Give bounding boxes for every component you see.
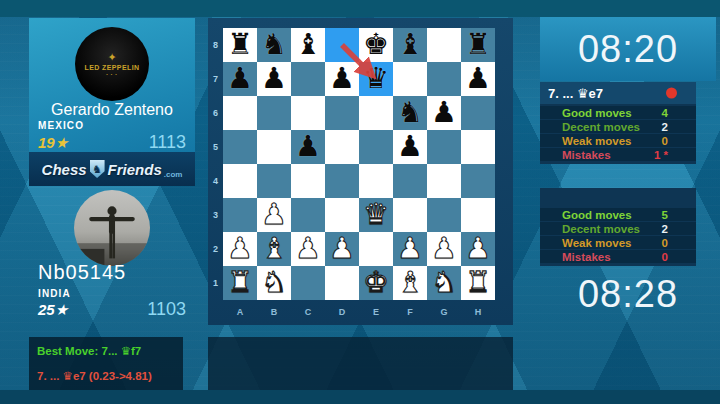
stat-value: 1 *	[654, 149, 668, 161]
current-move-label: 7. ... ♛e7	[548, 86, 603, 101]
square-b1[interactable]: ♞	[257, 266, 291, 300]
square-c5[interactable]: ♟	[291, 130, 325, 164]
rank-label-2: 2	[208, 232, 223, 266]
brand-tld-text: .com	[164, 170, 183, 179]
square-a6[interactable]	[223, 96, 257, 130]
white-pawn-f2[interactable]: ♟	[393, 232, 427, 266]
top-player-card: ✦ LED ZEPPELIN • • • Gerardo Zenteno MEX…	[29, 18, 195, 186]
black-knight-b8[interactable]: ♞	[257, 28, 291, 62]
square-h8[interactable]: ♜	[461, 28, 495, 62]
played-move-eval-text: 7. ... ♛e7 (0.23->4.81)	[37, 369, 152, 383]
square-c8[interactable]: ♝	[291, 28, 325, 62]
white-pawn-a2[interactable]: ♟	[223, 232, 257, 266]
stat-row: Weak moves0	[540, 134, 696, 147]
best-move-panel: Best Move: 7... ♛f7 7. ... ♛e7 (0.23->4.…	[29, 337, 183, 390]
square-c7[interactable]	[291, 62, 325, 96]
file-labels: ABCDEFGH	[223, 304, 495, 320]
bottom-player-stars: 25★	[38, 301, 68, 319]
white-pawn-g2[interactable]: ♟	[427, 232, 461, 266]
square-g3[interactable]	[427, 198, 461, 232]
board-footer-panel	[208, 337, 513, 390]
square-h1[interactable]: ♜	[461, 266, 495, 300]
black-pawn-f5[interactable]: ♟	[393, 130, 427, 164]
square-b8[interactable]: ♞	[257, 28, 291, 62]
square-d7[interactable]: ♟	[325, 62, 359, 96]
black-pawn-b7[interactable]: ♟	[257, 62, 291, 96]
square-d3[interactable]	[325, 198, 359, 232]
stat-row: Decent moves2	[540, 222, 696, 235]
black-bishop-f8[interactable]: ♝	[393, 28, 427, 62]
file-label-G: G	[427, 304, 461, 320]
rank-label-7: 7	[208, 62, 223, 96]
white-bishop-f1[interactable]: ♝	[393, 266, 427, 300]
white-king-e1[interactable]: ♚	[359, 266, 393, 300]
avatar-band-text: LED ZEPPELIN	[85, 64, 140, 71]
rank-label-5: 5	[208, 130, 223, 164]
square-f6[interactable]: ♞	[393, 96, 427, 130]
move-quality-dot-icon	[666, 88, 677, 99]
square-c4[interactable]	[291, 164, 325, 198]
top-player-stats-panel: 7. ... ♛e7 Good moves4Decent moves2Weak …	[540, 82, 696, 164]
white-queen-e3[interactable]: ♛	[359, 198, 393, 232]
brand-friends-text: Friends	[108, 161, 162, 178]
white-pawn-b3[interactable]: ♟	[257, 198, 291, 232]
square-d5[interactable]	[325, 130, 359, 164]
square-b2[interactable]: ♝	[257, 232, 291, 266]
top-clock: 08:20	[540, 17, 716, 81]
square-f7[interactable]	[393, 62, 427, 96]
square-h6[interactable]	[461, 96, 495, 130]
square-a2[interactable]: ♟	[223, 232, 257, 266]
square-f4[interactable]	[393, 164, 427, 198]
rank-label-3: 3	[208, 198, 223, 232]
stat-row: Good moves5	[540, 208, 696, 221]
rank-labels: 87654321	[208, 28, 223, 300]
file-label-A: A	[223, 304, 257, 320]
stat-label: Mistakes	[562, 251, 611, 263]
square-g5[interactable]	[427, 130, 461, 164]
square-g8[interactable]	[427, 28, 461, 62]
square-e3[interactable]: ♛	[359, 198, 393, 232]
square-e6[interactable]	[359, 96, 393, 130]
stat-row: Mistakes0	[540, 250, 696, 263]
stat-row: Good moves4	[540, 106, 696, 119]
top-stats-rows: Good moves4Decent moves2Weak moves0Mista…	[540, 106, 696, 161]
square-f3[interactable]	[393, 198, 427, 232]
bottom-player-avatar	[74, 190, 150, 266]
stat-label: Weak moves	[562, 135, 631, 147]
square-c6[interactable]	[291, 96, 325, 130]
white-pawn-c2[interactable]: ♟	[291, 232, 325, 266]
top-player-country: MEXICO	[38, 120, 84, 131]
white-pawn-h2[interactable]: ♟	[461, 232, 495, 266]
stat-value: 0	[662, 135, 668, 147]
square-c2[interactable]: ♟	[291, 232, 325, 266]
square-d8[interactable]	[325, 28, 359, 62]
bottom-strip	[0, 390, 720, 404]
white-knight-g1[interactable]: ♞	[427, 266, 461, 300]
bottom-player-name: Nb05145	[38, 261, 126, 284]
stat-label: Decent moves	[562, 121, 640, 133]
square-c3[interactable]	[291, 198, 325, 232]
square-d1[interactable]	[325, 266, 359, 300]
square-e7[interactable]: ♛	[359, 62, 393, 96]
square-b5[interactable]	[257, 130, 291, 164]
avatar-emblem-icon: ✦	[107, 52, 116, 63]
square-h4[interactable]	[461, 164, 495, 198]
top-player-avatar: ✦ LED ZEPPELIN • • •	[75, 27, 149, 101]
bottom-player-country: INDIA	[38, 288, 71, 299]
file-label-B: B	[257, 304, 291, 320]
file-label-F: F	[393, 304, 427, 320]
stat-label: Mistakes	[562, 149, 611, 161]
square-e4[interactable]	[359, 164, 393, 198]
white-rook-h1[interactable]: ♜	[461, 266, 495, 300]
square-f2[interactable]: ♟	[393, 232, 427, 266]
top-strip	[0, 0, 720, 17]
square-d6[interactable]	[325, 96, 359, 130]
best-move-text: Best Move: 7... ♛f7	[37, 344, 141, 358]
black-pawn-c5[interactable]: ♟	[291, 130, 325, 164]
square-b6[interactable]	[257, 96, 291, 130]
square-f8[interactable]: ♝	[393, 28, 427, 62]
top-player-name: Gerardo Zenteno	[29, 101, 195, 119]
black-queen-e7[interactable]: ♛	[359, 62, 393, 96]
square-g2[interactable]: ♟	[427, 232, 461, 266]
rank-label-8: 8	[208, 28, 223, 62]
board-frame: 87654321 ♜♞♝♚♝♜♟♟♟♛♟♞♟♟♟♟♛♟♝♟♟♟♟♟♜♞♚♝♞♜ …	[208, 18, 513, 325]
square-g7[interactable]	[427, 62, 461, 96]
black-knight-f6[interactable]: ♞	[393, 96, 427, 130]
square-e5[interactable]	[359, 130, 393, 164]
stat-row: Decent moves2	[540, 120, 696, 133]
square-h2[interactable]: ♟	[461, 232, 495, 266]
chess-friends-analysis-screen: ✦ LED ZEPPELIN • • • Gerardo Zenteno MEX…	[0, 0, 720, 404]
white-knight-b1[interactable]: ♞	[257, 266, 291, 300]
square-g6[interactable]: ♟	[427, 96, 461, 130]
square-d4[interactable]	[325, 164, 359, 198]
black-king-e8[interactable]: ♚	[359, 28, 393, 62]
bottom-player-stats-panel: Good moves5Decent moves2Weak moves0Mista…	[540, 188, 696, 266]
stat-label: Good moves	[562, 209, 632, 221]
file-label-D: D	[325, 304, 359, 320]
stat-row: Weak moves0	[540, 236, 696, 249]
bottom-stats-rows: Good moves5Decent moves2Weak moves0Mista…	[540, 208, 696, 263]
top-player-stars: 19★	[38, 134, 68, 152]
square-c1[interactable]	[291, 266, 325, 300]
stat-value: 2	[662, 223, 668, 235]
square-e1[interactable]: ♚	[359, 266, 393, 300]
person-arms-out-icon	[74, 190, 150, 266]
stat-value: 0	[662, 251, 668, 263]
avatar-sub-dots: • • •	[106, 72, 117, 77]
stat-label: Weak moves	[562, 237, 631, 249]
stat-row: Mistakes1 *	[540, 148, 696, 161]
file-label-C: C	[291, 304, 325, 320]
black-rook-a8[interactable]: ♜	[223, 28, 257, 62]
white-bishop-b2[interactable]: ♝	[257, 232, 291, 266]
rank-label-6: 6	[208, 96, 223, 130]
stat-value: 2	[662, 121, 668, 133]
chess-board[interactable]: ♜♞♝♚♝♜♟♟♟♛♟♞♟♟♟♟♛♟♝♟♟♟♟♟♜♞♚♝♞♜	[223, 28, 495, 300]
stat-value: 5	[662, 209, 668, 221]
top-clock-panel: 08:20	[540, 17, 716, 81]
white-rook-a1[interactable]: ♜	[223, 266, 257, 300]
square-g1[interactable]: ♞	[427, 266, 461, 300]
square-b4[interactable]	[257, 164, 291, 198]
stat-value: 0	[662, 237, 668, 249]
square-a4[interactable]	[223, 164, 257, 198]
file-label-E: E	[359, 304, 393, 320]
square-d2[interactable]: ♟	[325, 232, 359, 266]
rank-label-1: 1	[208, 266, 223, 300]
square-a8[interactable]: ♜	[223, 28, 257, 62]
square-a3[interactable]	[223, 198, 257, 232]
rank-label-4: 4	[208, 164, 223, 198]
stat-label: Good moves	[562, 107, 632, 119]
square-b7[interactable]: ♟	[257, 62, 291, 96]
stat-value: 4	[662, 107, 668, 119]
square-f5[interactable]: ♟	[393, 130, 427, 164]
bottom-player-rating: 1103	[147, 299, 186, 320]
brand-chess-text: Chess	[42, 161, 87, 178]
white-pawn-d2[interactable]: ♟	[325, 232, 359, 266]
square-h7[interactable]: ♟	[461, 62, 495, 96]
square-h5[interactable]	[461, 130, 495, 164]
black-pawn-a7[interactable]: ♟	[223, 62, 257, 96]
square-g4[interactable]	[427, 164, 461, 198]
chessfriends-banner: Chess ♞ Friends .com	[29, 152, 195, 186]
square-e2[interactable]	[359, 232, 393, 266]
black-pawn-h7[interactable]: ♟	[461, 62, 495, 96]
square-a7[interactable]: ♟	[223, 62, 257, 96]
stat-label: Decent moves	[562, 223, 640, 235]
bottom-clock: 08:28	[540, 263, 716, 325]
black-pawn-d7[interactable]: ♟	[325, 62, 359, 96]
top-player-rating: 1113	[149, 132, 186, 153]
black-bishop-c8[interactable]: ♝	[291, 28, 325, 62]
knight-shield-icon: ♞	[90, 160, 105, 178]
square-a1[interactable]: ♜	[223, 266, 257, 300]
square-e8[interactable]: ♚	[359, 28, 393, 62]
square-b3[interactable]: ♟	[257, 198, 291, 232]
square-f1[interactable]: ♝	[393, 266, 427, 300]
square-a5[interactable]	[223, 130, 257, 164]
black-pawn-g6[interactable]: ♟	[427, 96, 461, 130]
file-label-H: H	[461, 304, 495, 320]
black-rook-h8[interactable]: ♜	[461, 28, 495, 62]
square-h3[interactable]	[461, 198, 495, 232]
